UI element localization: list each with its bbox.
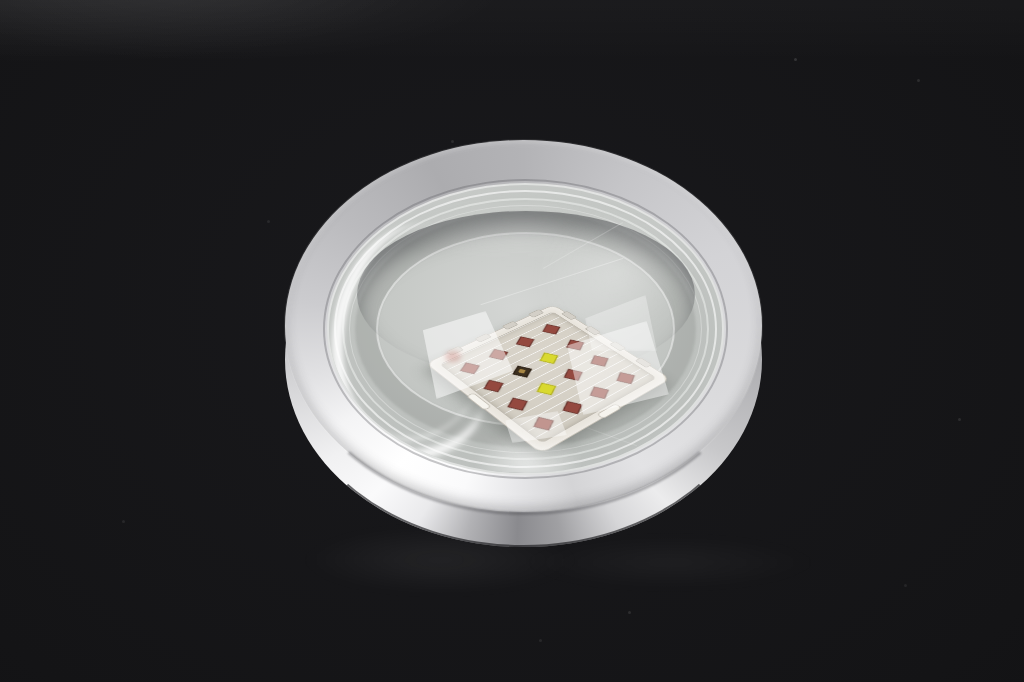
led-chip-red [508,398,528,411]
photo-background [0,0,1024,682]
led-chip-red [562,401,582,414]
led-chip-yellow [540,352,558,363]
led-chip-red [516,336,534,347]
glass-dome [327,183,724,475]
led-chip-yellow [537,383,556,395]
ic-core [518,369,526,374]
ic-chip [512,366,531,378]
led-chip-red [484,379,504,391]
red-reflection-smudge [445,351,461,362]
led-chip-red [542,324,560,334]
dust-speckles [0,0,1,1]
